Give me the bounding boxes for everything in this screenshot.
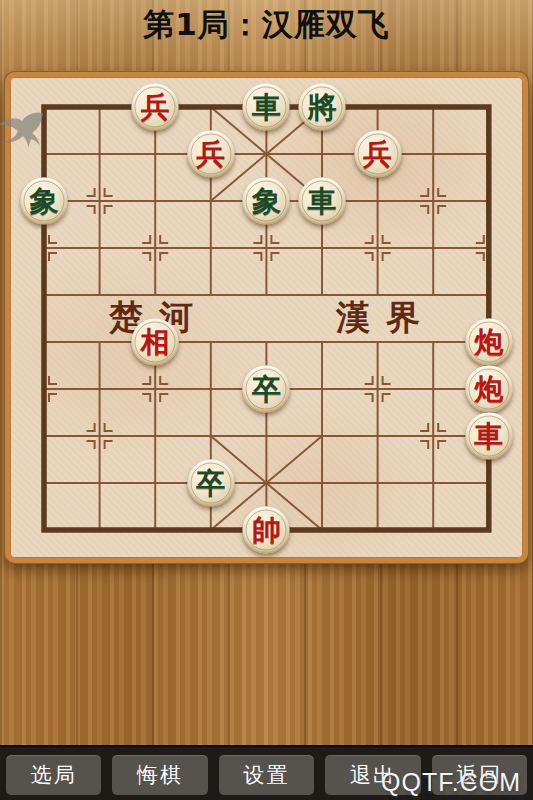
settings-button[interactable]: 设置 (219, 755, 314, 795)
piece-character: 炮 (474, 375, 503, 404)
piece-red-file2-rank0[interactable]: 兵 (132, 84, 179, 131)
page-title: 第1局：汉雁双飞 (0, 0, 533, 46)
piece-red-file6-rank1[interactable]: 兵 (354, 131, 401, 178)
piece-black-file5-rank2[interactable]: 車 (299, 178, 346, 225)
piece-black-file0-rank2[interactable]: 象 (21, 178, 68, 225)
piece-black-file5-rank0[interactable]: 將 (299, 84, 346, 131)
piece-character: 卒 (196, 469, 225, 498)
piece-character: 象 (30, 187, 59, 216)
page-root: 第1局：汉雁双飞 楚河 漢界 兵車將兵兵象象車相炮卒炮車卒帥 选局 悔棋 设置 … (0, 0, 533, 800)
swallow-icon (0, 110, 44, 148)
watermark: QQTF.COM (381, 768, 521, 797)
piece-black-file3-rank8[interactable]: 卒 (187, 460, 234, 507)
piece-red-file2-rank5[interactable]: 相 (132, 319, 179, 366)
piece-character: 卒 (252, 375, 281, 404)
piece-red-file8-rank6[interactable]: 炮 (465, 366, 512, 413)
piece-red-file8-rank7[interactable]: 車 (465, 413, 512, 460)
piece-red-file8-rank5[interactable]: 炮 (465, 319, 512, 366)
piece-character: 帥 (252, 516, 281, 545)
piece-character: 將 (308, 93, 337, 122)
piece-red-file3-rank1[interactable]: 兵 (187, 131, 234, 178)
undo-move-button[interactable]: 悔棋 (112, 755, 207, 795)
piece-character: 兵 (141, 93, 170, 122)
piece-character: 炮 (474, 328, 503, 357)
xiangqi-board[interactable]: 楚河 漢界 兵車將兵兵象象車相炮卒炮車卒帥 (5, 72, 528, 563)
board-surface: 楚河 漢界 兵車將兵兵象象車相炮卒炮車卒帥 (10, 77, 523, 558)
piece-character: 車 (474, 422, 503, 451)
piece-black-file4-rank2[interactable]: 象 (243, 178, 290, 225)
river-label-right: 漢界 (328, 295, 436, 341)
piece-character: 兵 (196, 140, 225, 169)
piece-character: 車 (252, 93, 281, 122)
piece-character: 象 (252, 187, 281, 216)
board-grid (10, 77, 523, 558)
piece-character: 相 (141, 328, 170, 357)
piece-red-file4-rank9[interactable]: 帥 (243, 507, 290, 554)
piece-black-file4-rank0[interactable]: 車 (243, 84, 290, 131)
piece-black-file4-rank6[interactable]: 卒 (243, 366, 290, 413)
piece-character: 兵 (363, 140, 392, 169)
select-game-button[interactable]: 选局 (6, 755, 101, 795)
piece-character: 車 (308, 187, 337, 216)
